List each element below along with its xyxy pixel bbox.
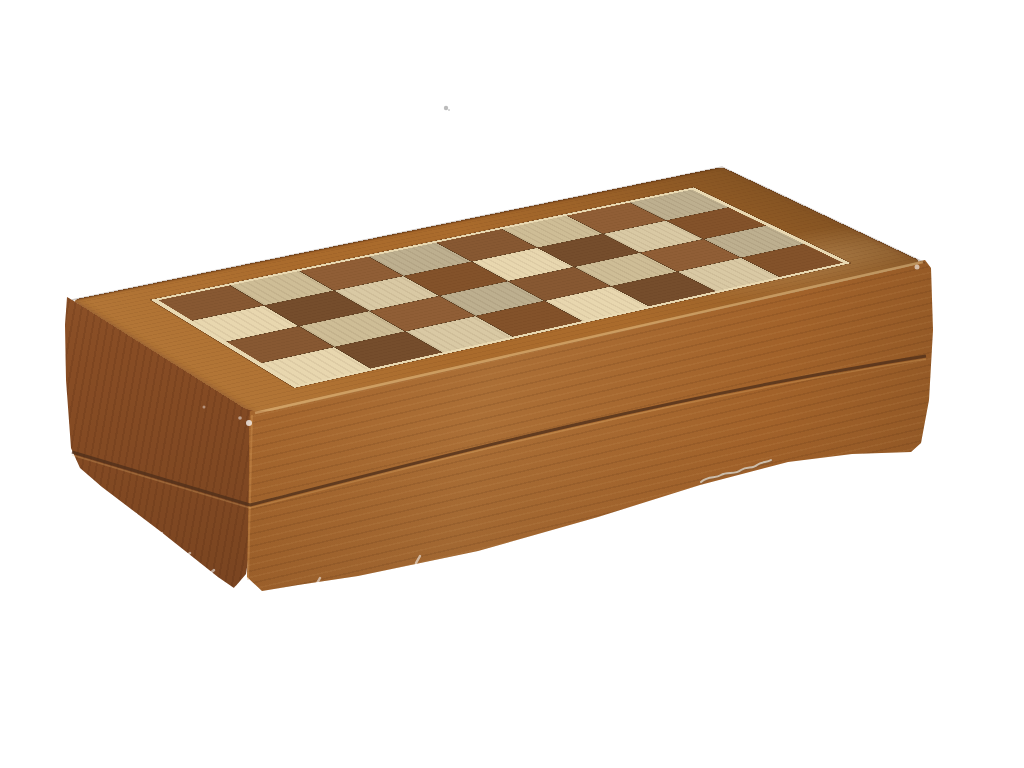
dust-speck — [444, 106, 450, 111]
scene — [0, 0, 1024, 768]
